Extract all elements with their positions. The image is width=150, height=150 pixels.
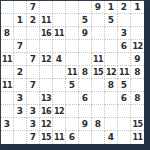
grid-cell[interactable] xyxy=(66,1,79,14)
grid-cell[interactable] xyxy=(1,66,14,79)
grid-cell[interactable] xyxy=(66,118,79,131)
grid-cell[interactable] xyxy=(1,1,14,14)
grid-cell[interactable] xyxy=(131,14,144,27)
grid-cell[interactable] xyxy=(66,14,79,27)
puzzle-board: 7912112115581611937612117124119211815121… xyxy=(0,0,150,150)
grid-cell[interactable] xyxy=(1,40,14,53)
clue-cell: 12 xyxy=(105,66,118,79)
clue-cell: 11 xyxy=(92,53,105,66)
grid-cell[interactable] xyxy=(1,131,14,144)
grid-cell[interactable] xyxy=(92,92,105,105)
grid-cell[interactable] xyxy=(53,92,66,105)
clue-cell: 15 xyxy=(92,66,105,79)
grid-cell[interactable] xyxy=(27,66,40,79)
grid-cell[interactable] xyxy=(1,105,14,118)
clue-cell: 9 xyxy=(92,1,105,14)
clue-cell: 13 xyxy=(40,92,53,105)
grid-cell[interactable] xyxy=(131,105,144,118)
clue-cell: 15 xyxy=(131,118,144,131)
clue-cell: 12 xyxy=(131,40,144,53)
grid-cell[interactable] xyxy=(79,105,92,118)
grid-cell[interactable] xyxy=(79,131,92,144)
grid-cell[interactable] xyxy=(1,92,14,105)
clue-cell: 8 xyxy=(1,27,14,40)
clue-cell: 15 xyxy=(40,131,53,144)
grid-cell[interactable] xyxy=(79,40,92,53)
grid-cell[interactable] xyxy=(92,131,105,144)
grid-cell[interactable] xyxy=(105,118,118,131)
grid-cell[interactable] xyxy=(92,27,105,40)
grid-cell[interactable] xyxy=(14,1,27,14)
grid-cell[interactable] xyxy=(14,118,27,131)
clue-cell: 3 xyxy=(27,118,40,131)
clue-cell: 4 xyxy=(53,53,66,66)
grid-cell[interactable] xyxy=(105,27,118,40)
clue-cell: 4 xyxy=(105,131,118,144)
clue-cell: 8 xyxy=(105,79,118,92)
grid-cell[interactable] xyxy=(14,79,27,92)
clue-cell: 8 xyxy=(79,66,92,79)
grid-cell[interactable] xyxy=(118,14,131,27)
clue-cell: 5 xyxy=(66,79,79,92)
clue-cell: 11 xyxy=(1,53,14,66)
grid-cell[interactable] xyxy=(27,27,40,40)
clue-cell: 6 xyxy=(79,92,92,105)
grid-cell[interactable] xyxy=(92,105,105,118)
clue-cell: 3 xyxy=(14,105,27,118)
grid-cell[interactable] xyxy=(66,92,79,105)
grid-cell[interactable] xyxy=(92,79,105,92)
clue-cell: 11 xyxy=(40,14,53,27)
clue-cell: 11 xyxy=(66,66,79,79)
grid-cell[interactable] xyxy=(105,40,118,53)
clue-cell: 7 xyxy=(27,79,40,92)
grid-cell[interactable] xyxy=(79,79,92,92)
grid-cell[interactable] xyxy=(40,66,53,79)
clue-cell: 5 xyxy=(118,79,131,92)
grid-cell[interactable] xyxy=(14,27,27,40)
grid-cell[interactable] xyxy=(118,118,131,131)
clue-cell: 3 xyxy=(1,118,14,131)
grid-cell[interactable] xyxy=(105,53,118,66)
clue-cell: 5 xyxy=(79,14,92,27)
clue-cell: 7 xyxy=(27,1,40,14)
clue-cell: 3 xyxy=(27,105,40,118)
grid-cell[interactable] xyxy=(118,131,131,144)
clue-cell: 2 xyxy=(14,66,27,79)
grid-cell[interactable] xyxy=(92,14,105,27)
grid-cell[interactable] xyxy=(79,53,92,66)
clue-cell: 11 xyxy=(53,27,66,40)
clue-cell: 12 xyxy=(40,53,53,66)
clue-cell: 3 xyxy=(14,92,27,105)
clue-cell: 9 xyxy=(131,53,144,66)
clue-cell: 12 xyxy=(53,105,66,118)
clue-cell: 16 xyxy=(40,27,53,40)
clue-cell: 6 xyxy=(118,40,131,53)
clue-cell: 8 xyxy=(131,66,144,79)
clue-cell: 8 xyxy=(92,118,105,131)
clue-cell: 3 xyxy=(118,27,131,40)
grid-cell[interactable] xyxy=(53,14,66,27)
grid-cell[interactable] xyxy=(53,79,66,92)
clue-cell: 11 xyxy=(131,131,144,144)
clue-cell: 1 xyxy=(105,1,118,14)
clue-cell: 11 xyxy=(1,79,14,92)
clue-cell: 16 xyxy=(40,105,53,118)
grid-cell[interactable] xyxy=(66,27,79,40)
clue-cell: 9 xyxy=(79,118,92,131)
clue-cell: 7 xyxy=(14,40,27,53)
grid-cell[interactable] xyxy=(92,40,105,53)
grid-cell[interactable] xyxy=(1,14,14,27)
clue-cell: 11 xyxy=(118,66,131,79)
grid-cell[interactable] xyxy=(66,105,79,118)
grid-cell[interactable] xyxy=(105,105,118,118)
grid-cell[interactable] xyxy=(14,131,27,144)
clue-cell: 11 xyxy=(53,131,66,144)
clue-cell: 12 xyxy=(40,118,53,131)
clue-cell: 5 xyxy=(105,14,118,27)
clue-cell: 1 xyxy=(14,14,27,27)
clue-cell: 7 xyxy=(27,53,40,66)
clue-cell: 6 xyxy=(66,131,79,144)
grid-cell[interactable] xyxy=(53,66,66,79)
grid-cell[interactable] xyxy=(66,40,79,53)
clue-cell: 2 xyxy=(118,1,131,14)
clue-cell: 1 xyxy=(131,1,144,14)
grid-cell[interactable] xyxy=(53,40,66,53)
grid-cell[interactable] xyxy=(66,53,79,66)
grid-cell[interactable] xyxy=(40,1,53,14)
clue-cell: 6 xyxy=(118,92,131,105)
clue-cell: 7 xyxy=(27,131,40,144)
clue-cell: 8 xyxy=(131,92,144,105)
clue-cell: 2 xyxy=(27,14,40,27)
grid-cell[interactable] xyxy=(131,79,144,92)
grid-cell[interactable] xyxy=(131,27,144,40)
grid-cell[interactable] xyxy=(79,1,92,14)
grid-cell[interactable] xyxy=(27,92,40,105)
grid-cell[interactable] xyxy=(118,105,131,118)
clue-cell: 9 xyxy=(79,27,92,40)
grid-cell[interactable] xyxy=(53,1,66,14)
grid-cell[interactable] xyxy=(27,40,40,53)
grid-cell[interactable] xyxy=(40,40,53,53)
grid-cell[interactable] xyxy=(14,53,27,66)
grid-cell[interactable] xyxy=(40,79,53,92)
grid-cell[interactable] xyxy=(105,92,118,105)
grid-cell[interactable] xyxy=(53,118,66,131)
grid-cell[interactable] xyxy=(118,53,131,66)
